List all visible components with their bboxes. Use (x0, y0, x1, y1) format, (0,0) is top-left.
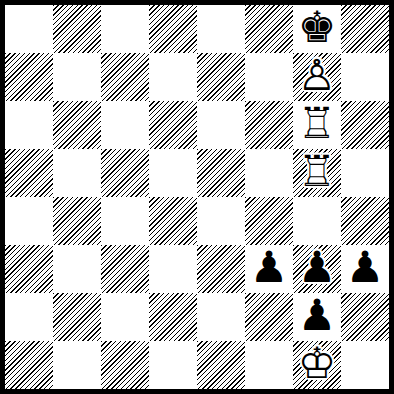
square-a8[interactable] (5, 5, 53, 53)
square-c4[interactable] (101, 197, 149, 245)
pawn-icon: ♟ (346, 246, 385, 289)
square-a5[interactable] (5, 149, 53, 197)
square-d6[interactable] (149, 101, 197, 149)
square-h8[interactable] (341, 5, 389, 53)
square-a3[interactable] (5, 245, 53, 293)
chess-board-frame: ♚♟♙♜♖♜♖♟♟♟♟♚♔ (0, 0, 394, 394)
square-f4[interactable] (245, 197, 293, 245)
pawn-icon: ♟ (298, 246, 337, 289)
square-f5[interactable] (245, 149, 293, 197)
square-e1[interactable] (197, 341, 245, 389)
chess-board: ♚♟♙♜♖♜♖♟♟♟♟♚♔ (5, 5, 389, 389)
square-f7[interactable] (245, 53, 293, 101)
square-b7[interactable] (53, 53, 101, 101)
square-d4[interactable] (149, 197, 197, 245)
square-b1[interactable] (53, 341, 101, 389)
square-d1[interactable] (149, 341, 197, 389)
square-g6[interactable]: ♜♖ (293, 101, 341, 149)
square-g7[interactable]: ♟♙ (293, 53, 341, 101)
piece-white-rook[interactable]: ♜♖ (293, 149, 341, 197)
square-c3[interactable] (101, 245, 149, 293)
square-c7[interactable] (101, 53, 149, 101)
square-e4[interactable] (197, 197, 245, 245)
square-g3[interactable]: ♟ (293, 245, 341, 293)
square-e6[interactable] (197, 101, 245, 149)
square-h4[interactable] (341, 197, 389, 245)
square-d2[interactable] (149, 293, 197, 341)
square-d8[interactable] (149, 5, 197, 53)
square-a7[interactable] (5, 53, 53, 101)
pawn-icon: ♟ (250, 246, 289, 289)
square-b6[interactable] (53, 101, 101, 149)
pawn-icon: ♟ (298, 294, 337, 337)
square-f1[interactable] (245, 341, 293, 389)
square-d7[interactable] (149, 53, 197, 101)
square-e8[interactable] (197, 5, 245, 53)
square-b3[interactable] (53, 245, 101, 293)
square-c5[interactable] (101, 149, 149, 197)
square-c6[interactable] (101, 101, 149, 149)
square-h5[interactable] (341, 149, 389, 197)
square-g8[interactable]: ♚ (293, 5, 341, 53)
square-f8[interactable] (245, 5, 293, 53)
square-c2[interactable] (101, 293, 149, 341)
square-a2[interactable] (5, 293, 53, 341)
square-f2[interactable] (245, 293, 293, 341)
square-d3[interactable] (149, 245, 197, 293)
piece-black-pawn[interactable]: ♟ (293, 245, 341, 293)
rook-icon: ♖ (298, 102, 337, 145)
square-g1[interactable]: ♚♔ (293, 341, 341, 389)
piece-white-pawn[interactable]: ♟♙ (293, 53, 341, 101)
square-b5[interactable] (53, 149, 101, 197)
piece-black-pawn[interactable]: ♟ (341, 245, 389, 293)
square-a4[interactable] (5, 197, 53, 245)
square-f3[interactable]: ♟ (245, 245, 293, 293)
square-g4[interactable] (293, 197, 341, 245)
square-f6[interactable] (245, 101, 293, 149)
square-c8[interactable] (101, 5, 149, 53)
king-icon: ♔ (298, 342, 337, 385)
square-b2[interactable] (53, 293, 101, 341)
pawn-icon: ♙ (298, 54, 337, 97)
square-a6[interactable] (5, 101, 53, 149)
piece-black-pawn[interactable]: ♟ (293, 293, 341, 341)
square-h3[interactable]: ♟ (341, 245, 389, 293)
square-d5[interactable] (149, 149, 197, 197)
square-b8[interactable] (53, 5, 101, 53)
square-a1[interactable] (5, 341, 53, 389)
square-e2[interactable] (197, 293, 245, 341)
square-c1[interactable] (101, 341, 149, 389)
piece-black-pawn[interactable]: ♟ (245, 245, 293, 293)
square-h2[interactable] (341, 293, 389, 341)
square-e5[interactable] (197, 149, 245, 197)
square-g2[interactable]: ♟ (293, 293, 341, 341)
piece-white-king[interactable]: ♚♔ (293, 341, 341, 389)
piece-white-rook[interactable]: ♜♖ (293, 101, 341, 149)
square-h6[interactable] (341, 101, 389, 149)
piece-black-king[interactable]: ♚ (293, 5, 341, 53)
square-b4[interactable] (53, 197, 101, 245)
square-e3[interactable] (197, 245, 245, 293)
king-icon: ♚ (298, 6, 337, 49)
square-g5[interactable]: ♜♖ (293, 149, 341, 197)
square-h7[interactable] (341, 53, 389, 101)
square-h1[interactable] (341, 341, 389, 389)
square-e7[interactable] (197, 53, 245, 101)
rook-icon: ♖ (298, 150, 337, 193)
